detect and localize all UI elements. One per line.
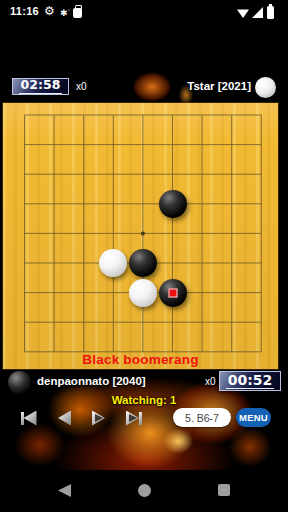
white-stone-avatar	[255, 77, 276, 98]
go-board[interactable]: Black boomerang	[3, 103, 278, 369]
step-forward-button[interactable]	[92, 410, 105, 426]
white-byoyomi-count: x0	[76, 81, 87, 92]
skip-to-start-button[interactable]	[21, 410, 37, 426]
stone-black	[129, 249, 157, 277]
step-back-icon	[58, 411, 71, 426]
black-player-name: denpaonnato [2040]	[37, 375, 146, 387]
bar-icon	[139, 412, 142, 425]
skip-to-end-button[interactable]	[126, 410, 142, 426]
recents-icon[interactable]	[218, 484, 230, 496]
stone-black	[159, 190, 187, 218]
app-screen: 11:16 ⚙ ✱ʾ 02:58 x0 Tstar [2021] Black b…	[0, 0, 288, 512]
status-time: 11:16	[10, 5, 39, 17]
white-clock-time: 02:58	[19, 79, 63, 94]
watching-count: Watching: 1	[0, 394, 288, 406]
step-back-button[interactable]	[58, 410, 71, 426]
stone-black-last-move	[159, 279, 187, 307]
black-stone-avatar	[8, 371, 31, 394]
black-clock-time: 00:52	[226, 373, 275, 389]
black-byoyomi-count: x0	[205, 376, 216, 387]
work-profile-icon	[73, 8, 82, 18]
skip-start-icon	[24, 411, 37, 426]
home-icon[interactable]	[138, 484, 151, 497]
data-saver-icon: ✱ʾ	[60, 7, 71, 19]
menu-button[interactable]: MENU	[236, 408, 271, 427]
last-move-marker	[168, 288, 177, 297]
bar-icon	[21, 412, 24, 425]
black-player-clock: 00:52	[219, 371, 281, 391]
board-message: Black boomerang	[3, 352, 278, 367]
skip-end-icon	[126, 411, 139, 426]
current-move-selector[interactable]: 5. B6-7	[173, 408, 231, 427]
stone-white	[129, 279, 157, 307]
white-player-name: Tstar [2021]	[187, 80, 251, 92]
android-nav-bar	[0, 470, 288, 512]
battery-icon	[267, 6, 274, 19]
white-player-clock: 02:58	[12, 78, 69, 95]
wifi-icon	[237, 8, 249, 18]
back-icon[interactable]	[58, 484, 71, 497]
status-bar: 11:16 ⚙ ✱ʾ	[0, 0, 288, 24]
board-grid[interactable]	[3, 103, 278, 369]
signal-icon	[252, 7, 263, 18]
gear-icon: ⚙	[44, 5, 55, 17]
step-forward-icon	[92, 411, 105, 426]
